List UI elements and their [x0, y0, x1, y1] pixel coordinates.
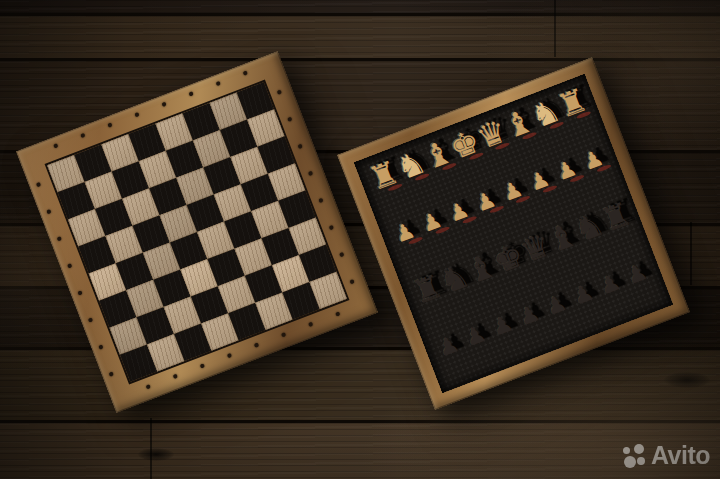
frame-peg	[242, 71, 247, 76]
frame-peg	[339, 252, 344, 257]
frame-peg	[53, 143, 58, 148]
tray-piece-black-pawn[interactable]: ♟	[567, 281, 600, 310]
frame-peg	[335, 312, 340, 317]
frame-peg	[57, 236, 62, 241]
frame-peg	[349, 279, 354, 284]
avito-watermark-text: Avito	[651, 441, 710, 470]
frame-peg	[226, 353, 231, 358]
tray-piece-black-pawn[interactable]: ♟	[621, 260, 654, 289]
tray-piece-black-pawn[interactable]: ♟	[594, 271, 627, 300]
frame-peg	[281, 332, 286, 337]
tray-piece-white-pawn[interactable]: ♟	[470, 188, 503, 217]
frame-peg	[98, 344, 103, 349]
avito-watermark: Avito	[621, 441, 710, 470]
plank-seam	[554, 0, 556, 57]
frame-peg	[308, 322, 313, 327]
frame-peg	[329, 225, 334, 230]
checkerboard	[47, 82, 347, 382]
plank-seam	[690, 222, 692, 285]
frame-peg	[145, 384, 150, 389]
wood-knot	[138, 448, 174, 461]
avito-logo-icon	[621, 443, 647, 469]
frame-peg	[80, 133, 85, 138]
tray-piece-white-pawn[interactable]: ♟	[577, 146, 610, 175]
tray-piece-black-pawn[interactable]: ♟	[540, 291, 573, 320]
frame-peg	[308, 170, 313, 175]
tray-piece-black-pawn[interactable]: ♟	[460, 322, 493, 351]
frame-peg	[161, 102, 166, 107]
wood-plank	[0, 0, 720, 16]
tray-piece-white-pawn[interactable]: ♟	[497, 177, 530, 206]
frame-peg	[46, 209, 51, 214]
frame-peg	[199, 364, 204, 369]
tray-piece-white-pawn[interactable]: ♟	[389, 219, 422, 248]
tray-piece-white-pawn[interactable]: ♟	[523, 167, 556, 196]
frame-peg	[36, 182, 41, 187]
wood-plank	[0, 16, 720, 60]
frame-peg	[253, 343, 258, 348]
frame-peg	[77, 290, 82, 295]
tray-piece-white-pawn[interactable]: ♟	[443, 198, 476, 227]
frame-peg	[277, 89, 282, 94]
frame-peg	[172, 374, 177, 379]
frame-peg	[297, 143, 302, 148]
wood-plank	[0, 423, 720, 479]
frame-peg	[318, 197, 323, 202]
tray-piece-white-pawn[interactable]: ♟	[416, 208, 449, 237]
board-inner-border	[45, 80, 350, 385]
tray-piece-black-pawn[interactable]: ♟	[513, 302, 546, 331]
frame-peg	[108, 371, 113, 376]
frame-peg	[107, 123, 112, 128]
tray-piece-white-pawn[interactable]: ♟	[550, 156, 583, 185]
frame-peg	[287, 116, 292, 121]
scene: ♜♞♝♚♛♝♞♜♟♟♟♟♟♟♟♟♜♞♝♚♛♝♞♜♟♟♟♟♟♟♟♟ Avito	[0, 0, 720, 479]
frame-peg	[215, 81, 220, 86]
frame-peg	[188, 92, 193, 97]
frame-peg	[88, 317, 93, 322]
wood-knot	[664, 372, 710, 388]
frame-peg	[67, 263, 72, 268]
frame-peg	[134, 112, 139, 117]
tray-piece-black-pawn[interactable]: ♟	[433, 333, 466, 362]
tray-piece-black-pawn[interactable]: ♟	[486, 312, 519, 341]
